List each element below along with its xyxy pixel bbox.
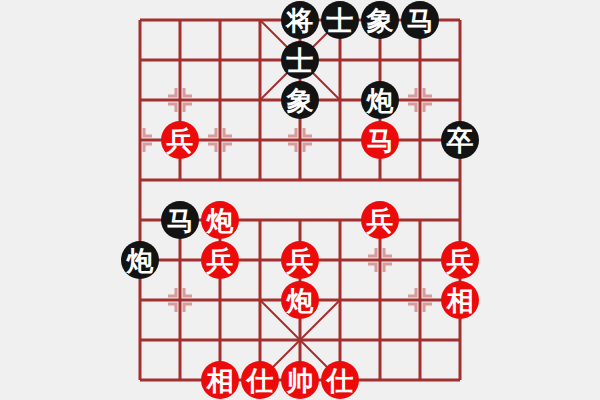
piece-red-soldier[interactable]: 兵 xyxy=(201,241,239,279)
piece-black-horse[interactable]: 马 xyxy=(161,201,199,239)
piece-red-advisor[interactable]: 仕 xyxy=(321,361,359,399)
piece-black-soldier[interactable]: 卒 xyxy=(441,121,479,159)
piece-red-soldier[interactable]: 兵 xyxy=(441,241,479,279)
piece-red-horse[interactable]: 马 xyxy=(361,121,399,159)
piece-black-advisor[interactable]: 士 xyxy=(321,1,359,39)
piece-red-advisor[interactable]: 仕 xyxy=(241,361,279,399)
piece-black-general[interactable]: 将 xyxy=(281,1,319,39)
piece-black-advisor[interactable]: 士 xyxy=(281,41,319,79)
piece-red-soldier[interactable]: 兵 xyxy=(281,241,319,279)
pieces-layer: 将士象马士象炮卒马炮兵马炮兵兵兵兵炮相相仕帅仕 xyxy=(0,0,600,400)
piece-black-horse[interactable]: 马 xyxy=(401,1,439,39)
piece-red-cannon[interactable]: 炮 xyxy=(201,201,239,239)
xiangqi-board-screenshot: 将士象马士象炮卒马炮兵马炮兵兵兵兵炮相相仕帅仕 xyxy=(0,0,600,400)
piece-black-elephant[interactable]: 象 xyxy=(281,81,319,119)
piece-black-elephant[interactable]: 象 xyxy=(361,1,399,39)
piece-red-elephant[interactable]: 相 xyxy=(441,281,479,319)
piece-red-soldier[interactable]: 兵 xyxy=(361,201,399,239)
piece-red-cannon[interactable]: 炮 xyxy=(281,281,319,319)
piece-black-cannon[interactable]: 炮 xyxy=(121,241,159,279)
piece-black-cannon[interactable]: 炮 xyxy=(361,81,399,119)
piece-red-elephant[interactable]: 相 xyxy=(201,361,239,399)
piece-red-soldier[interactable]: 兵 xyxy=(161,121,199,159)
piece-red-general[interactable]: 帅 xyxy=(281,361,319,399)
